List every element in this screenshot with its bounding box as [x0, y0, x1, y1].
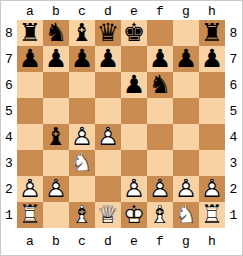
rank-label-right-4: 4	[225, 124, 242, 150]
square-g7[interactable]: ♟	[173, 46, 199, 72]
file-label-bottom-h: h	[199, 228, 225, 255]
square-f7[interactable]: ♟	[147, 46, 173, 72]
white-knight-piece: ♞♘	[173, 202, 199, 228]
square-h4[interactable]	[199, 124, 225, 150]
piece-glyph: ♟	[69, 46, 95, 72]
square-a6[interactable]	[17, 72, 43, 98]
piece-outline-glyph: ♕	[95, 202, 121, 228]
piece-glyph: ♜	[199, 20, 225, 46]
square-e8[interactable]: ♚	[121, 20, 147, 46]
square-c2[interactable]	[69, 176, 95, 202]
square-e5[interactable]	[121, 98, 147, 124]
square-c1[interactable]: ♝♗	[69, 202, 95, 228]
white-pawn-piece: ♟♙	[69, 124, 95, 150]
rank-label-right-1: 1	[225, 202, 242, 228]
piece-outline-glyph: ♙	[69, 124, 95, 150]
corner-spacer	[225, 228, 242, 255]
square-h1[interactable]: ♜♖	[199, 202, 225, 228]
white-pawn-piece: ♟♙	[95, 124, 121, 150]
file-label-bottom-e: e	[121, 228, 147, 255]
black-queen-piece: ♛	[95, 20, 121, 46]
square-h6[interactable]	[199, 72, 225, 98]
square-c6[interactable]	[69, 72, 95, 98]
square-h8[interactable]: ♜	[199, 20, 225, 46]
file-label-bottom-f: f	[147, 228, 173, 255]
square-f2[interactable]: ♟♙	[147, 176, 173, 202]
square-d5[interactable]	[95, 98, 121, 124]
white-bishop-piece: ♝♗	[69, 202, 95, 228]
corner-spacer	[1, 228, 17, 255]
white-pawn-piece: ♟♙	[43, 176, 69, 202]
piece-glyph: ♟	[95, 46, 121, 72]
black-pawn-piece: ♟	[43, 46, 69, 72]
square-f3[interactable]	[147, 150, 173, 176]
file-label-top-g: g	[173, 1, 199, 20]
square-f4[interactable]	[147, 124, 173, 150]
black-knight-piece: ♞	[43, 20, 69, 46]
square-d8[interactable]: ♛	[95, 20, 121, 46]
white-pawn-piece: ♟♙	[17, 176, 43, 202]
square-c3[interactable]: ♞♘	[69, 150, 95, 176]
white-pawn-piece: ♟♙	[199, 176, 225, 202]
square-d6[interactable]	[95, 72, 121, 98]
rank-label-right-6: 6	[225, 72, 242, 98]
piece-outline-glyph: ♙	[147, 176, 173, 202]
piece-outline-glyph: ♖	[199, 202, 225, 228]
piece-outline-glyph: ♙	[43, 176, 69, 202]
piece-glyph: ♟	[199, 46, 225, 72]
black-pawn-piece: ♟	[17, 46, 43, 72]
piece-glyph: ♝	[69, 20, 95, 46]
white-bishop-piece: ♝♗	[147, 202, 173, 228]
black-pawn-piece: ♟	[147, 46, 173, 72]
square-f8[interactable]	[147, 20, 173, 46]
white-pawn-piece: ♟♙	[121, 176, 147, 202]
piece-outline-glyph: ♙	[17, 176, 43, 202]
square-a2[interactable]: ♟♙	[17, 176, 43, 202]
piece-glyph: ♝	[43, 124, 69, 150]
square-g3[interactable]	[173, 150, 199, 176]
square-a3[interactable]	[17, 150, 43, 176]
square-e6[interactable]: ♟	[121, 72, 147, 98]
piece-outline-glyph: ♙	[95, 124, 121, 150]
piece-glyph: ♚	[121, 20, 147, 46]
black-bishop-piece: ♝	[69, 20, 95, 46]
square-d4[interactable]: ♟♙	[95, 124, 121, 150]
black-pawn-piece: ♟	[199, 46, 225, 72]
piece-outline-glyph: ♙	[199, 176, 225, 202]
square-c5[interactable]	[69, 98, 95, 124]
piece-outline-glyph: ♗	[69, 202, 95, 228]
square-h2[interactable]: ♟♙	[199, 176, 225, 202]
square-b5[interactable]	[43, 98, 69, 124]
square-b6[interactable]	[43, 72, 69, 98]
square-e4[interactable]	[121, 124, 147, 150]
square-h7[interactable]: ♟	[199, 46, 225, 72]
square-e2[interactable]: ♟♙	[121, 176, 147, 202]
white-pawn-piece: ♟♙	[173, 176, 199, 202]
board-grid: abcdefgh8♜♞♝♛♚♜87♟♟♟♟♟♟♟76♟♞6554♝♟♙♟♙43♞…	[1, 1, 242, 255]
piece-glyph: ♞	[147, 72, 173, 98]
square-e1[interactable]: ♚♔	[121, 202, 147, 228]
black-pawn-piece: ♟	[173, 46, 199, 72]
piece-outline-glyph: ♘	[69, 150, 95, 176]
rank-label-left-1: 1	[1, 202, 17, 228]
piece-glyph: ♟	[43, 46, 69, 72]
rank-label-left-7: 7	[1, 46, 17, 72]
square-a8[interactable]: ♜	[17, 20, 43, 46]
rank-label-left-8: 8	[1, 20, 17, 46]
file-label-bottom-g: g	[173, 228, 199, 255]
chess-diagram: abcdefgh8♜♞♝♛♚♜87♟♟♟♟♟♟♟76♟♞6554♝♟♙♟♙43♞…	[0, 0, 243, 256]
square-e3[interactable]	[121, 150, 147, 176]
white-queen-piece: ♛♕	[95, 202, 121, 228]
rank-label-left-6: 6	[1, 72, 17, 98]
piece-glyph: ♛	[95, 20, 121, 46]
black-knight-piece: ♞	[147, 72, 173, 98]
white-king-piece: ♚♔	[121, 202, 147, 228]
piece-outline-glyph: ♗	[147, 202, 173, 228]
piece-outline-glyph: ♖	[17, 202, 43, 228]
rank-label-right-8: 8	[225, 20, 242, 46]
rank-label-left-3: 3	[1, 150, 17, 176]
white-rook-piece: ♜♖	[17, 202, 43, 228]
black-rook-piece: ♜	[199, 20, 225, 46]
square-c8[interactable]: ♝	[69, 20, 95, 46]
square-c7[interactable]: ♟	[69, 46, 95, 72]
white-knight-piece: ♞♘	[69, 150, 95, 176]
file-label-bottom-a: a	[17, 228, 43, 255]
rank-label-right-7: 7	[225, 46, 242, 72]
square-b1[interactable]	[43, 202, 69, 228]
file-label-top-f: f	[147, 1, 173, 20]
square-g2[interactable]: ♟♙	[173, 176, 199, 202]
square-f6[interactable]: ♞	[147, 72, 173, 98]
file-label-bottom-c: c	[69, 228, 95, 255]
rank-label-left-5: 5	[1, 98, 17, 124]
file-label-bottom-b: b	[43, 228, 69, 255]
square-g8[interactable]	[173, 20, 199, 46]
piece-glyph: ♞	[43, 20, 69, 46]
piece-glyph: ♟	[121, 72, 147, 98]
piece-glyph: ♟	[173, 46, 199, 72]
square-h3[interactable]	[199, 150, 225, 176]
square-d3[interactable]	[95, 150, 121, 176]
rank-label-right-2: 2	[225, 176, 242, 202]
square-d1[interactable]: ♛♕	[95, 202, 121, 228]
black-pawn-piece: ♟	[95, 46, 121, 72]
piece-glyph: ♟	[17, 46, 43, 72]
piece-glyph: ♜	[17, 20, 43, 46]
square-a4[interactable]	[17, 124, 43, 150]
piece-outline-glyph: ♙	[121, 176, 147, 202]
square-f5[interactable]	[147, 98, 173, 124]
square-g5[interactable]	[173, 98, 199, 124]
square-g1[interactable]: ♞♘	[173, 202, 199, 228]
rank-label-left-4: 4	[1, 124, 17, 150]
white-pawn-piece: ♟♙	[147, 176, 173, 202]
rank-label-right-5: 5	[225, 98, 242, 124]
square-e7[interactable]	[121, 46, 147, 72]
piece-outline-glyph: ♘	[173, 202, 199, 228]
rank-label-left-2: 2	[1, 176, 17, 202]
square-f1[interactable]: ♝♗	[147, 202, 173, 228]
square-h5[interactable]	[199, 98, 225, 124]
piece-outline-glyph: ♔	[121, 202, 147, 228]
black-king-piece: ♚	[121, 20, 147, 46]
square-d7[interactable]: ♟	[95, 46, 121, 72]
black-bishop-piece: ♝	[43, 124, 69, 150]
square-c4[interactable]: ♟♙	[69, 124, 95, 150]
square-a5[interactable]	[17, 98, 43, 124]
piece-glyph: ♟	[147, 46, 173, 72]
square-g6[interactable]	[173, 72, 199, 98]
piece-outline-glyph: ♙	[173, 176, 199, 202]
square-a1[interactable]: ♜♖	[17, 202, 43, 228]
white-rook-piece: ♜♖	[199, 202, 225, 228]
black-rook-piece: ♜	[17, 20, 43, 46]
square-b4[interactable]: ♝	[43, 124, 69, 150]
black-pawn-piece: ♟	[121, 72, 147, 98]
square-a7[interactable]: ♟	[17, 46, 43, 72]
square-b3[interactable]	[43, 150, 69, 176]
rank-label-right-3: 3	[225, 150, 242, 176]
square-g4[interactable]	[173, 124, 199, 150]
square-d2[interactable]	[95, 176, 121, 202]
corner-spacer	[225, 1, 242, 20]
square-b8[interactable]: ♞	[43, 20, 69, 46]
square-b2[interactable]: ♟♙	[43, 176, 69, 202]
black-pawn-piece: ♟	[69, 46, 95, 72]
corner-spacer	[1, 1, 17, 20]
square-b7[interactable]: ♟	[43, 46, 69, 72]
file-label-bottom-d: d	[95, 228, 121, 255]
